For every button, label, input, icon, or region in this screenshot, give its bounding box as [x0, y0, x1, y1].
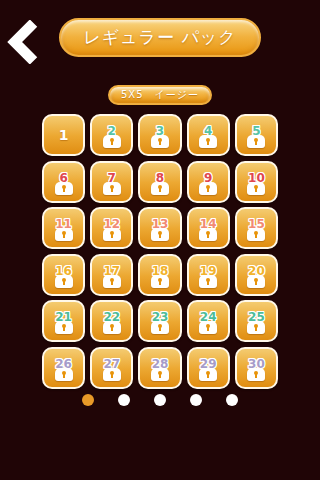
lock-icon	[103, 182, 121, 195]
page-dot-2[interactable]	[118, 394, 130, 406]
level-cell-12[interactable]: 12	[90, 207, 133, 249]
level-cell-18[interactable]: 18	[138, 254, 181, 296]
level-cell-15[interactable]: 15	[235, 207, 278, 249]
level-select-screen: レギュラー パック 5X5 イージー 123456789101112131415…	[0, 0, 320, 480]
lock-icon	[247, 182, 265, 195]
keyhole-icon	[158, 185, 162, 189]
keyhole-icon	[110, 278, 114, 282]
lock-icon	[151, 275, 169, 288]
lock-icon	[55, 228, 73, 241]
keyhole-icon	[62, 324, 66, 328]
keyhole-icon	[254, 324, 258, 328]
difficulty-pill: 5X5 イージー	[108, 85, 212, 105]
lock-icon	[151, 368, 169, 381]
level-cell-22[interactable]: 22	[90, 300, 133, 342]
lock-icon	[151, 321, 169, 334]
chevron-left-icon	[6, 20, 38, 64]
page-dot-5[interactable]	[226, 394, 238, 406]
lock-icon	[151, 228, 169, 241]
lock-icon	[151, 182, 169, 195]
lock-icon	[55, 182, 73, 195]
lock-icon	[199, 228, 217, 241]
lock-icon	[103, 368, 121, 381]
level-cell-7[interactable]: 7	[90, 161, 133, 203]
level-cell-29[interactable]: 29	[187, 347, 230, 389]
lock-icon	[247, 368, 265, 381]
level-cell-10[interactable]: 10	[235, 161, 278, 203]
level-cell-3[interactable]: 3	[138, 114, 181, 156]
level-cell-24[interactable]: 24	[187, 300, 230, 342]
lock-icon	[199, 368, 217, 381]
lock-icon	[103, 275, 121, 288]
level-cell-26[interactable]: 26	[42, 347, 85, 389]
keyhole-icon	[206, 185, 210, 189]
keyhole-icon	[158, 324, 162, 328]
keyhole-icon	[206, 231, 210, 235]
page-dots	[0, 394, 320, 406]
lock-icon	[247, 228, 265, 241]
pack-title-pill: レギュラー パック	[59, 18, 261, 57]
keyhole-icon	[62, 231, 66, 235]
level-cell-6[interactable]: 6	[42, 161, 85, 203]
keyhole-icon	[110, 185, 114, 189]
keyhole-icon	[158, 138, 162, 142]
keyhole-icon	[158, 231, 162, 235]
level-cell-16[interactable]: 16	[42, 254, 85, 296]
keyhole-icon	[110, 231, 114, 235]
lock-icon	[55, 275, 73, 288]
keyhole-icon	[110, 371, 114, 375]
pack-title: レギュラー パック	[83, 26, 236, 49]
keyhole-icon	[110, 138, 114, 142]
keyhole-icon	[206, 324, 210, 328]
keyhole-icon	[62, 278, 66, 282]
level-cell-17[interactable]: 17	[90, 254, 133, 296]
level-cell-19[interactable]: 19	[187, 254, 230, 296]
level-cell-13[interactable]: 13	[138, 207, 181, 249]
level-number: 1	[44, 116, 83, 154]
page-dot-3[interactable]	[154, 394, 166, 406]
keyhole-icon	[206, 138, 210, 142]
lock-icon	[199, 182, 217, 195]
keyhole-icon	[254, 231, 258, 235]
level-cell-21[interactable]: 21	[42, 300, 85, 342]
level-cell-27[interactable]: 27	[90, 347, 133, 389]
level-cell-25[interactable]: 25	[235, 300, 278, 342]
keyhole-icon	[206, 278, 210, 282]
lock-icon	[103, 321, 121, 334]
keyhole-icon	[158, 278, 162, 282]
level-cell-11[interactable]: 11	[42, 207, 85, 249]
lock-icon	[199, 321, 217, 334]
lock-icon	[247, 321, 265, 334]
lock-icon	[55, 368, 73, 381]
level-cell-20[interactable]: 20	[235, 254, 278, 296]
difficulty-label: 5X5 イージー	[121, 88, 199, 102]
lock-icon	[55, 321, 73, 334]
level-cell-23[interactable]: 23	[138, 300, 181, 342]
keyhole-icon	[62, 185, 66, 189]
lock-icon	[151, 135, 169, 148]
keyhole-icon	[206, 371, 210, 375]
level-grid: 1234567891011121314151617181920212223242…	[42, 114, 278, 389]
lock-icon	[199, 275, 217, 288]
keyhole-icon	[254, 278, 258, 282]
keyhole-icon	[110, 324, 114, 328]
level-cell-5[interactable]: 5	[235, 114, 278, 156]
lock-icon	[103, 228, 121, 241]
level-cell-14[interactable]: 14	[187, 207, 230, 249]
level-cell-2[interactable]: 2	[90, 114, 133, 156]
level-cell-9[interactable]: 9	[187, 161, 230, 203]
lock-icon	[103, 135, 121, 148]
page-dot-1[interactable]	[82, 394, 94, 406]
page-dot-4[interactable]	[190, 394, 202, 406]
level-cell-1[interactable]: 1	[42, 114, 85, 156]
back-button[interactable]	[6, 20, 38, 64]
lock-icon	[247, 135, 265, 148]
keyhole-icon	[158, 371, 162, 375]
keyhole-icon	[254, 185, 258, 189]
level-cell-8[interactable]: 8	[138, 161, 181, 203]
lock-icon	[247, 275, 265, 288]
level-cell-4[interactable]: 4	[187, 114, 230, 156]
level-cell-28[interactable]: 28	[138, 347, 181, 389]
keyhole-icon	[254, 371, 258, 375]
lock-icon	[199, 135, 217, 148]
keyhole-icon	[254, 138, 258, 142]
level-cell-30[interactable]: 30	[235, 347, 278, 389]
keyhole-icon	[62, 371, 66, 375]
